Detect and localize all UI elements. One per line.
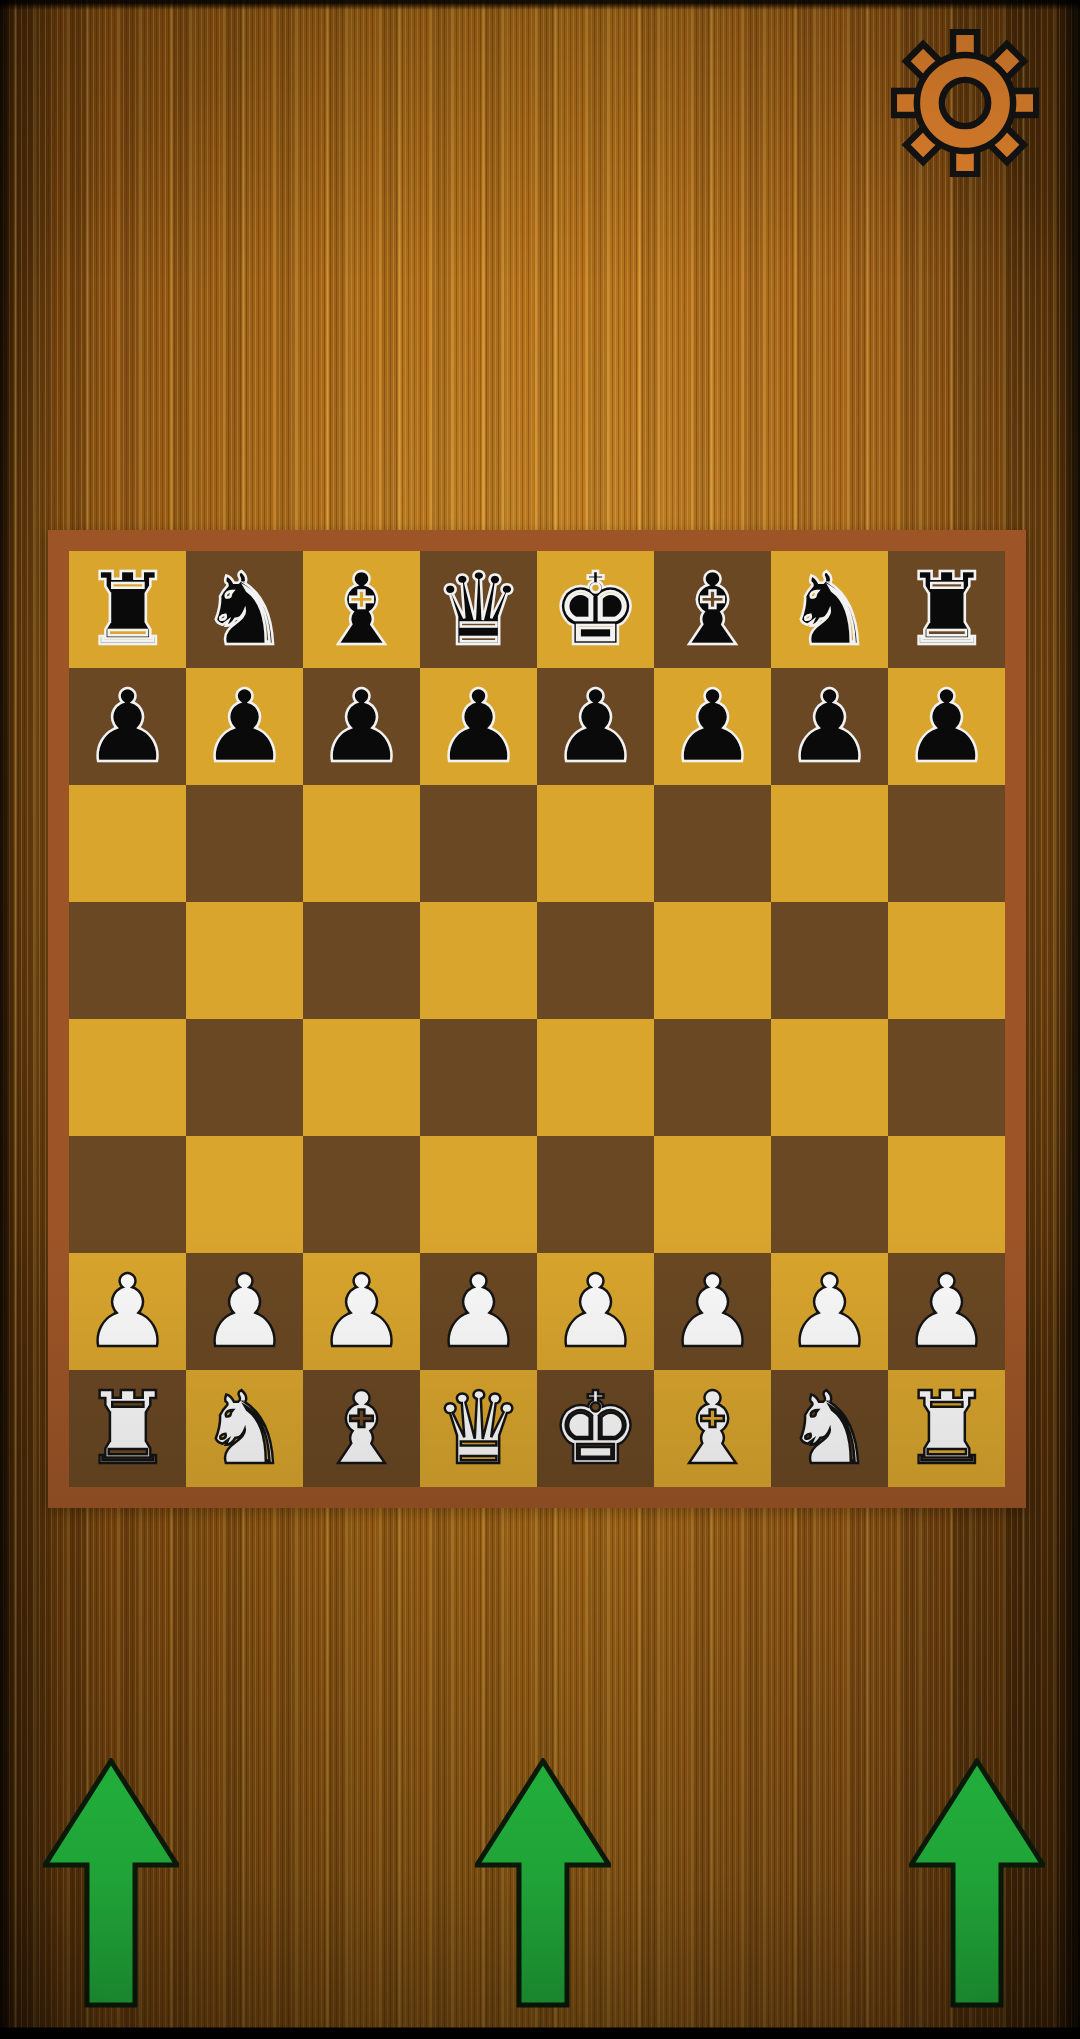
square-g3[interactable]: [771, 1136, 888, 1253]
square-g7[interactable]: ♟: [771, 668, 888, 785]
square-e6[interactable]: [537, 785, 654, 902]
square-f5[interactable]: [654, 902, 771, 1019]
square-b4[interactable]: [186, 1019, 303, 1136]
black-pawn: ♟: [317, 668, 407, 785]
black-queen: ♛: [434, 551, 524, 668]
square-f1[interactable]: ♝: [654, 1370, 771, 1487]
square-h5[interactable]: [888, 902, 1005, 1019]
white-knight: ♞: [785, 1370, 875, 1487]
square-e4[interactable]: [537, 1019, 654, 1136]
white-king: ♚: [551, 1370, 641, 1487]
up-arrow-icon: [43, 1758, 179, 2008]
square-h1[interactable]: ♜: [888, 1370, 1005, 1487]
up-arrow-icon: [909, 1758, 1045, 2008]
square-a8[interactable]: ♜: [69, 551, 186, 668]
white-pawn: ♟: [83, 1253, 173, 1370]
square-h6[interactable]: [888, 785, 1005, 902]
square-g1[interactable]: ♞: [771, 1370, 888, 1487]
square-d5[interactable]: [420, 902, 537, 1019]
square-a7[interactable]: ♟: [69, 668, 186, 785]
square-d4[interactable]: [420, 1019, 537, 1136]
square-b1[interactable]: ♞: [186, 1370, 303, 1487]
square-f7[interactable]: ♟: [654, 668, 771, 785]
white-pawn: ♟: [785, 1253, 875, 1370]
square-f2[interactable]: ♟: [654, 1253, 771, 1370]
square-d1[interactable]: ♛: [420, 1370, 537, 1487]
square-h3[interactable]: [888, 1136, 1005, 1253]
black-rook: ♜: [83, 551, 173, 668]
square-c7[interactable]: ♟: [303, 668, 420, 785]
square-e8[interactable]: ♚: [537, 551, 654, 668]
white-rook: ♜: [83, 1370, 173, 1487]
square-f3[interactable]: [654, 1136, 771, 1253]
square-c5[interactable]: [303, 902, 420, 1019]
square-c8[interactable]: ♝: [303, 551, 420, 668]
square-f6[interactable]: [654, 785, 771, 902]
square-c2[interactable]: ♟: [303, 1253, 420, 1370]
black-pawn: ♟: [434, 668, 524, 785]
black-pawn: ♟: [200, 668, 290, 785]
black-knight: ♞: [200, 551, 290, 668]
square-b2[interactable]: ♟: [186, 1253, 303, 1370]
square-a5[interactable]: [69, 902, 186, 1019]
app-screen: ♜♞♝♛♚♝♞♜♟♟♟♟♟♟♟♟♟♟♟♟♟♟♟♟♜♞♝♛♚♝♞♜: [0, 0, 1080, 2039]
black-bishop: ♝: [317, 551, 407, 668]
black-bishop: ♝: [668, 551, 758, 668]
square-h4[interactable]: [888, 1019, 1005, 1136]
white-pawn: ♟: [200, 1253, 290, 1370]
square-a6[interactable]: [69, 785, 186, 902]
up-arrow-button-center[interactable]: [475, 1758, 611, 2008]
square-h7[interactable]: ♟: [888, 668, 1005, 785]
white-knight: ♞: [200, 1370, 290, 1487]
square-a3[interactable]: [69, 1136, 186, 1253]
square-e3[interactable]: [537, 1136, 654, 1253]
square-b3[interactable]: [186, 1136, 303, 1253]
gear-icon: [891, 29, 1039, 177]
black-pawn: ♟: [551, 668, 641, 785]
square-d2[interactable]: ♟: [420, 1253, 537, 1370]
chess-board: ♜♞♝♛♚♝♞♜♟♟♟♟♟♟♟♟♟♟♟♟♟♟♟♟♜♞♝♛♚♝♞♜: [48, 530, 1026, 1508]
white-queen: ♛: [434, 1370, 524, 1487]
black-pawn: ♟: [785, 668, 875, 785]
black-knight: ♞: [785, 551, 875, 668]
square-a1[interactable]: ♜: [69, 1370, 186, 1487]
square-b6[interactable]: [186, 785, 303, 902]
up-arrow-button-left[interactable]: [43, 1758, 179, 2008]
white-pawn: ♟: [902, 1253, 992, 1370]
square-h2[interactable]: ♟: [888, 1253, 1005, 1370]
square-d7[interactable]: ♟: [420, 668, 537, 785]
square-a4[interactable]: [69, 1019, 186, 1136]
white-pawn: ♟: [317, 1253, 407, 1370]
white-pawn: ♟: [434, 1253, 524, 1370]
square-f4[interactable]: [654, 1019, 771, 1136]
up-arrow-icon: [475, 1758, 611, 2008]
board-grid: ♜♞♝♛♚♝♞♜♟♟♟♟♟♟♟♟♟♟♟♟♟♟♟♟♜♞♝♛♚♝♞♜: [69, 551, 1005, 1487]
square-e1[interactable]: ♚: [537, 1370, 654, 1487]
black-pawn: ♟: [83, 668, 173, 785]
square-c4[interactable]: [303, 1019, 420, 1136]
square-e2[interactable]: ♟: [537, 1253, 654, 1370]
settings-button[interactable]: [891, 29, 1039, 177]
square-b7[interactable]: ♟: [186, 668, 303, 785]
black-rook: ♜: [902, 551, 992, 668]
square-h8[interactable]: ♜: [888, 551, 1005, 668]
square-d3[interactable]: [420, 1136, 537, 1253]
black-pawn: ♟: [668, 668, 758, 785]
square-d6[interactable]: [420, 785, 537, 902]
black-king: ♚: [551, 551, 641, 668]
square-f8[interactable]: ♝: [654, 551, 771, 668]
square-e7[interactable]: ♟: [537, 668, 654, 785]
square-g2[interactable]: ♟: [771, 1253, 888, 1370]
square-b8[interactable]: ♞: [186, 551, 303, 668]
square-c6[interactable]: [303, 785, 420, 902]
square-g5[interactable]: [771, 902, 888, 1019]
square-g8[interactable]: ♞: [771, 551, 888, 668]
square-g6[interactable]: [771, 785, 888, 902]
white-rook: ♜: [902, 1370, 992, 1487]
up-arrow-button-right[interactable]: [909, 1758, 1045, 2008]
white-pawn: ♟: [668, 1253, 758, 1370]
square-b5[interactable]: [186, 902, 303, 1019]
square-g4[interactable]: [771, 1019, 888, 1136]
square-a2[interactable]: ♟: [69, 1253, 186, 1370]
black-pawn: ♟: [902, 668, 992, 785]
square-c3[interactable]: [303, 1136, 420, 1253]
white-bishop: ♝: [317, 1370, 407, 1487]
white-bishop: ♝: [668, 1370, 758, 1487]
white-pawn: ♟: [551, 1253, 641, 1370]
square-c1[interactable]: ♝: [303, 1370, 420, 1487]
square-d8[interactable]: ♛: [420, 551, 537, 668]
square-e5[interactable]: [537, 902, 654, 1019]
